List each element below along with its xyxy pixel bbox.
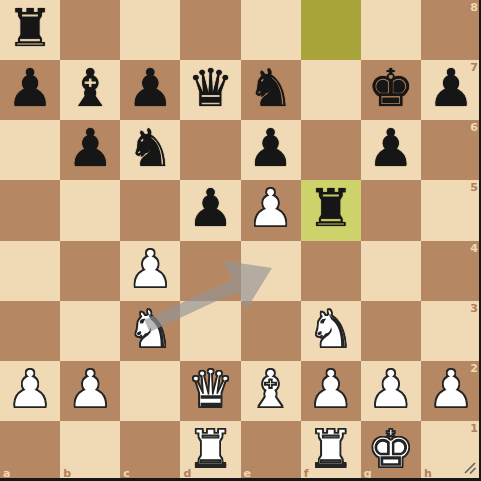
black-knight[interactable]: ♞ [127, 118, 174, 178]
rank-label-5: 5 [470, 182, 478, 193]
square-d6[interactable] [180, 120, 240, 180]
square-g3[interactable] [361, 301, 421, 361]
rank-label-8: 8 [470, 2, 478, 13]
square-h4[interactable]: 4 [421, 241, 481, 301]
square-a2[interactable]: ♟ [0, 361, 60, 421]
square-c1[interactable]: c [120, 421, 180, 481]
rank-label-3: 3 [470, 303, 478, 314]
square-a3[interactable] [0, 301, 60, 361]
square-b6[interactable]: ♟ [60, 120, 120, 180]
white-bishop[interactable]: ♝ [247, 359, 294, 419]
square-g6[interactable]: ♟ [361, 120, 421, 180]
square-e3[interactable] [241, 301, 301, 361]
square-b8[interactable] [60, 0, 120, 60]
white-pawn[interactable]: ♟ [368, 359, 415, 419]
square-b5[interactable] [60, 180, 120, 240]
square-f2[interactable]: ♟ [301, 361, 361, 421]
rank-label-7: 7 [470, 62, 478, 73]
square-e8[interactable] [241, 0, 301, 60]
square-g8[interactable] [361, 0, 421, 60]
square-f6[interactable] [301, 120, 361, 180]
white-pawn[interactable]: ♟ [127, 239, 174, 299]
white-pawn[interactable]: ♟ [307, 359, 354, 419]
rank-label-6: 6 [470, 122, 478, 133]
black-rook[interactable]: ♜ [7, 0, 54, 58]
square-g5[interactable] [361, 180, 421, 240]
square-f8-last-move-from[interactable] [301, 0, 361, 60]
white-pawn[interactable]: ♟ [7, 359, 54, 419]
white-pawn[interactable]: ♟ [247, 178, 294, 238]
square-d2[interactable]: ♛ [180, 361, 240, 421]
square-d3[interactable] [180, 301, 240, 361]
square-f3[interactable]: ♞ [301, 301, 361, 361]
square-d7[interactable]: ♛ [180, 60, 240, 120]
resize-handle-icon[interactable] [462, 460, 478, 476]
square-g1[interactable]: ♚g [361, 421, 421, 481]
chess-board: ♜8♟♝♟♛♞♚♟7♟♞♟♟6♟♟♜5♟4♞♞3♟♟♛♝♟♟♟2abc♜de♜f… [0, 0, 481, 481]
square-h3[interactable]: 3 [421, 301, 481, 361]
square-f5-last-move-to[interactable]: ♜ [301, 180, 361, 240]
square-b3[interactable] [60, 301, 120, 361]
rank-label-4: 4 [470, 243, 478, 254]
black-pawn[interactable]: ♟ [67, 118, 114, 178]
square-a8[interactable]: ♜ [0, 0, 60, 60]
square-d4[interactable] [180, 241, 240, 301]
white-rook[interactable]: ♜ [307, 419, 354, 479]
square-f7[interactable] [301, 60, 361, 120]
square-c6[interactable]: ♞ [120, 120, 180, 180]
square-g7[interactable]: ♚ [361, 60, 421, 120]
rank-label-1: 1 [470, 423, 478, 434]
black-pawn[interactable]: ♟ [187, 178, 234, 238]
square-c4[interactable]: ♟ [120, 241, 180, 301]
square-a4[interactable] [0, 241, 60, 301]
square-e6[interactable]: ♟ [241, 120, 301, 180]
square-h8[interactable]: 8 [421, 0, 481, 60]
black-king[interactable]: ♚ [368, 58, 415, 118]
square-c7[interactable]: ♟ [120, 60, 180, 120]
black-bishop[interactable]: ♝ [67, 58, 114, 118]
white-pawn[interactable]: ♟ [67, 359, 114, 419]
square-a1[interactable]: a [0, 421, 60, 481]
square-g4[interactable] [361, 241, 421, 301]
square-h6[interactable]: 6 [421, 120, 481, 180]
square-b4[interactable] [60, 241, 120, 301]
square-d8[interactable] [180, 0, 240, 60]
black-pawn[interactable]: ♟ [247, 118, 294, 178]
square-a6[interactable] [0, 120, 60, 180]
white-queen[interactable]: ♛ [187, 359, 234, 419]
white-rook[interactable]: ♜ [187, 419, 234, 479]
square-d5[interactable]: ♟ [180, 180, 240, 240]
black-pawn[interactable]: ♟ [428, 58, 475, 118]
chess-board-container: ♜8♟♝♟♛♞♚♟7♟♞♟♟6♟♟♜5♟4♞♞3♟♟♛♝♟♟♟2abc♜de♜f… [0, 0, 481, 481]
square-e1[interactable]: e [241, 421, 301, 481]
black-pawn[interactable]: ♟ [127, 58, 174, 118]
square-h2[interactable]: ♟2 [421, 361, 481, 421]
square-c2[interactable] [120, 361, 180, 421]
square-e2[interactable]: ♝ [241, 361, 301, 421]
white-knight[interactable]: ♞ [127, 299, 174, 359]
square-a7[interactable]: ♟ [0, 60, 60, 120]
square-h5[interactable]: 5 [421, 180, 481, 240]
square-e5[interactable]: ♟ [241, 180, 301, 240]
square-d1[interactable]: ♜d [180, 421, 240, 481]
square-c8[interactable] [120, 0, 180, 60]
square-f4[interactable] [301, 241, 361, 301]
square-c5[interactable] [120, 180, 180, 240]
square-f1[interactable]: ♜f [301, 421, 361, 481]
black-knight[interactable]: ♞ [247, 58, 294, 118]
square-b2[interactable]: ♟ [60, 361, 120, 421]
white-pawn[interactable]: ♟ [428, 359, 475, 419]
black-pawn[interactable]: ♟ [7, 58, 54, 118]
black-queen[interactable]: ♛ [187, 58, 234, 118]
square-e7[interactable]: ♞ [241, 60, 301, 120]
square-c3[interactable]: ♞ [120, 301, 180, 361]
black-rook[interactable]: ♜ [307, 178, 354, 238]
white-knight[interactable]: ♞ [307, 299, 354, 359]
square-g2[interactable]: ♟ [361, 361, 421, 421]
square-b1[interactable]: b [60, 421, 120, 481]
square-a5[interactable] [0, 180, 60, 240]
square-h7[interactable]: ♟7 [421, 60, 481, 120]
square-b7[interactable]: ♝ [60, 60, 120, 120]
white-king[interactable]: ♚ [368, 419, 415, 479]
square-e4[interactable] [241, 241, 301, 301]
black-pawn[interactable]: ♟ [368, 118, 415, 178]
rank-label-2: 2 [470, 363, 478, 374]
